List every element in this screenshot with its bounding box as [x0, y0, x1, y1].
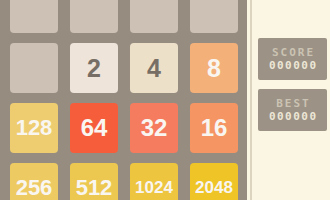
game-screen: 2 4 8 128 64 32 16 256 512 1024 2048 SCO…	[0, 0, 330, 200]
tile-grid[interactable]: 2 4 8 128 64 32 16 256 512 1024 2048	[10, 0, 238, 200]
tile-r2-c2: 2	[70, 43, 118, 93]
tile-r4-c4: 2048	[190, 163, 238, 200]
tile-r4-c2: 512	[70, 163, 118, 200]
side-panel: SCORE 000000 BEST 000000	[247, 0, 330, 200]
tile-r2-c4: 8	[190, 43, 238, 93]
best-box: BEST 000000	[258, 89, 327, 131]
panel-divider	[250, 0, 252, 200]
tile-r3-c4: 16	[190, 103, 238, 153]
tile-r1-c1	[10, 0, 58, 33]
tile-r1-c4	[190, 0, 238, 33]
tile-r4-c1: 256	[10, 163, 58, 200]
tile-r1-c3	[130, 0, 178, 33]
tile-r3-c2: 64	[70, 103, 118, 153]
tile-r2-c3: 4	[130, 43, 178, 93]
score-box: SCORE 000000	[258, 38, 327, 80]
tile-r1-c2	[70, 0, 118, 33]
tile-r3-c1: 128	[10, 103, 58, 153]
best-label: BEST	[274, 98, 311, 109]
score-label: SCORE	[270, 47, 315, 58]
tile-r2-c1	[10, 43, 58, 93]
tile-r4-c3: 1024	[130, 163, 178, 200]
score-value: 000000	[267, 60, 317, 71]
tile-r3-c3: 32	[130, 103, 178, 153]
board-background: 2 4 8 128 64 32 16 256 512 1024 2048	[0, 0, 247, 200]
best-value: 000000	[267, 111, 317, 122]
